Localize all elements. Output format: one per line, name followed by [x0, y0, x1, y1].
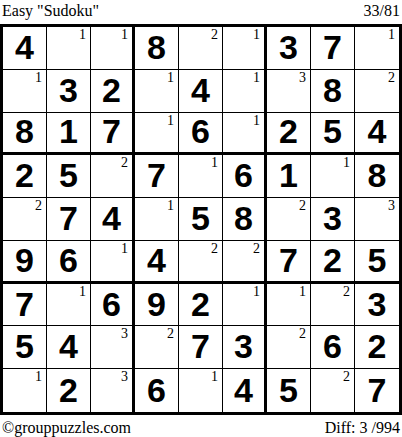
cell-r8c3: 3: [91, 326, 135, 369]
given-digit: 1: [279, 158, 298, 194]
given-digit: 8: [323, 73, 342, 109]
cell-r1c2: 1: [47, 27, 91, 70]
pencil-mark: 1: [35, 70, 42, 85]
given-digit: 3: [368, 287, 387, 323]
cell-r3c4: 1: [135, 113, 179, 156]
pencil-mark: 1: [79, 27, 86, 42]
cell-r9c2: 2: [47, 369, 91, 412]
given-digit: 7: [368, 373, 387, 409]
pencil-mark: 2: [35, 198, 42, 213]
given-digit: 7: [147, 158, 166, 194]
cell-r2c1: 1: [3, 70, 47, 113]
given-digit: 3: [234, 329, 253, 365]
cell-r2c2: 3: [47, 70, 91, 113]
puzzle-title: Easy "Sudoku": [2, 1, 99, 20]
given-digit: 2: [102, 73, 121, 109]
cell-r4c5: 1: [179, 155, 223, 198]
given-digit: 4: [59, 329, 78, 365]
cell-r1c4: 8: [135, 27, 179, 70]
cell-r4c6: 6: [223, 155, 267, 198]
given-digit: 7: [15, 287, 34, 323]
given-digit: 4: [191, 73, 210, 109]
given-digit: 4: [15, 30, 34, 66]
pencil-mark: 3: [121, 326, 128, 341]
given-digit: 2: [368, 329, 387, 365]
given-digit: 8: [234, 201, 253, 237]
cell-r4c3: 2: [91, 155, 135, 198]
cell-r6c2: 6: [47, 241, 91, 284]
cell-r6c8: 2: [311, 241, 355, 284]
cell-r8c6: 3: [223, 326, 267, 369]
given-digit: 6: [234, 158, 253, 194]
pencil-mark: 1: [167, 70, 174, 85]
cell-r7c2: 1: [47, 284, 91, 327]
pencil-mark: 1: [121, 241, 128, 256]
cell-r7c1: 7: [3, 284, 47, 327]
given-digit: 5: [15, 329, 34, 365]
given-digit: 4: [147, 243, 166, 279]
given-digit: 2: [191, 287, 210, 323]
cell-r5c1: 2: [3, 198, 47, 241]
given-digit: 7: [323, 30, 342, 66]
cell-r4c1: 2: [3, 155, 47, 198]
given-digit: 6: [59, 243, 78, 279]
cell-r5c9: 3: [355, 198, 399, 241]
cell-r3c3: 7: [91, 113, 135, 156]
given-digit: 6: [102, 287, 121, 323]
cell-r3c2: 1: [47, 113, 91, 156]
cell-r9c9: 7: [355, 369, 399, 412]
page-header: Easy "Sudoku" 33/81: [0, 0, 402, 23]
given-digit: 7: [102, 114, 121, 150]
pencil-mark: 2: [253, 241, 260, 256]
cell-r2c4: 1: [135, 70, 179, 113]
given-digit: 2: [279, 114, 298, 150]
pencil-mark: 1: [211, 155, 218, 170]
pencil-mark: 1: [253, 27, 260, 42]
cell-r7c5: 2: [179, 284, 223, 327]
cell-r5c6: 8: [223, 198, 267, 241]
cell-r5c4: 1: [135, 198, 179, 241]
cell-r2c6: 1: [223, 70, 267, 113]
pencil-mark: 1: [253, 113, 260, 128]
pencil-mark: 2: [299, 198, 306, 213]
cell-r3c6: 1: [223, 113, 267, 156]
given-digit: 3: [279, 30, 298, 66]
given-digit: 5: [368, 243, 387, 279]
pencil-mark: 1: [167, 198, 174, 213]
cell-r4c4: 7: [135, 155, 179, 198]
given-digit: 7: [59, 201, 78, 237]
cell-r7c6: 1: [223, 284, 267, 327]
cell-r1c6: 1: [223, 27, 267, 70]
cell-r6c5: 2: [179, 241, 223, 284]
pencil-mark: 2: [343, 369, 350, 384]
cell-r2c5: 4: [179, 70, 223, 113]
pencil-mark: 1: [167, 113, 174, 128]
given-digit: 7: [279, 243, 298, 279]
cell-r1c3: 1: [91, 27, 135, 70]
cell-r8c5: 7: [179, 326, 223, 369]
pencil-mark: 3: [121, 369, 128, 384]
given-digit: 3: [323, 201, 342, 237]
pencil-mark: 2: [388, 70, 395, 85]
cell-r3c7: 2: [267, 113, 311, 156]
cell-r3c9: 4: [355, 113, 399, 156]
pencil-mark: 2: [299, 326, 306, 341]
given-digit: 8: [15, 114, 34, 150]
pencil-mark: 2: [167, 326, 174, 341]
cell-r9c1: 1: [3, 369, 47, 412]
cell-r3c5: 6: [179, 113, 223, 156]
cell-r5c5: 5: [179, 198, 223, 241]
given-digit: 2: [323, 243, 342, 279]
cell-r6c1: 9: [3, 241, 47, 284]
given-digit: 4: [102, 201, 121, 237]
cell-r8c4: 2: [135, 326, 179, 369]
difficulty-text: Diff: 3 /994: [325, 419, 400, 437]
cell-r3c8: 5: [311, 113, 355, 156]
cell-r1c8: 7: [311, 27, 355, 70]
pencil-mark: 1: [253, 284, 260, 299]
cell-r4c9: 8: [355, 155, 399, 198]
cell-r9c6: 4: [223, 369, 267, 412]
cell-r8c9: 2: [355, 326, 399, 369]
cell-r7c7: 1: [267, 284, 311, 327]
pencil-mark: 1: [121, 27, 128, 42]
sudoku-grid: 4118213711321413828171612542527161182741…: [0, 24, 402, 415]
cell-r7c8: 2: [311, 284, 355, 327]
given-digit: 1: [59, 114, 78, 150]
cell-r4c8: 1: [311, 155, 355, 198]
given-digit: 8: [368, 158, 387, 194]
given-digit: 6: [147, 373, 166, 409]
pencil-mark: 1: [211, 369, 218, 384]
cell-r4c7: 1: [267, 155, 311, 198]
cell-r2c3: 2: [91, 70, 135, 113]
cell-r9c8: 2: [311, 369, 355, 412]
cell-r8c1: 5: [3, 326, 47, 369]
cell-r9c7: 5: [267, 369, 311, 412]
progress-counter: 33/81: [364, 1, 400, 20]
pencil-mark: 1: [343, 155, 350, 170]
pencil-mark: 2: [211, 27, 218, 42]
given-digit: 5: [323, 114, 342, 150]
given-digit: 5: [279, 373, 298, 409]
cell-r8c8: 6: [311, 326, 355, 369]
cell-r1c7: 3: [267, 27, 311, 70]
cell-r8c2: 4: [47, 326, 91, 369]
given-digit: 5: [59, 158, 78, 194]
given-digit: 4: [368, 114, 387, 150]
pencil-mark: 1: [79, 284, 86, 299]
cell-r5c2: 7: [47, 198, 91, 241]
cell-r5c3: 4: [91, 198, 135, 241]
pencil-mark: 2: [343, 284, 350, 299]
cell-r7c9: 3: [355, 284, 399, 327]
cell-r8c7: 2: [267, 326, 311, 369]
given-digit: 9: [147, 287, 166, 323]
cell-r4c2: 5: [47, 155, 91, 198]
given-digit: 2: [59, 373, 78, 409]
pencil-mark: 1: [253, 70, 260, 85]
cell-r5c7: 2: [267, 198, 311, 241]
given-digit: 7: [191, 329, 210, 365]
given-digit: 8: [147, 30, 166, 66]
cell-r1c9: 1: [355, 27, 399, 70]
pencil-mark: 1: [299, 284, 306, 299]
given-digit: 3: [59, 73, 78, 109]
cell-r6c9: 5: [355, 241, 399, 284]
given-digit: 6: [191, 114, 210, 150]
given-digit: 6: [323, 329, 342, 365]
pencil-mark: 1: [35, 369, 42, 384]
copyright-text: ©grouppuzzles.com: [2, 419, 131, 437]
cell-r1c5: 2: [179, 27, 223, 70]
pencil-mark: 3: [388, 198, 395, 213]
cell-r9c3: 3: [91, 369, 135, 412]
cell-r7c4: 9: [135, 284, 179, 327]
cell-r2c8: 8: [311, 70, 355, 113]
pencil-mark: 3: [299, 70, 306, 85]
cell-r2c7: 3: [267, 70, 311, 113]
cell-r9c4: 6: [135, 369, 179, 412]
pencil-mark: 1: [388, 27, 395, 42]
given-digit: 2: [15, 158, 34, 194]
cell-r3c1: 8: [3, 113, 47, 156]
cell-r5c8: 3: [311, 198, 355, 241]
cell-r1c1: 4: [3, 27, 47, 70]
pencil-mark: 2: [211, 241, 218, 256]
pencil-mark: 2: [121, 155, 128, 170]
cell-r7c3: 6: [91, 284, 135, 327]
given-digit: 9: [15, 243, 34, 279]
given-digit: 4: [234, 373, 253, 409]
page-footer: ©grouppuzzles.com Diff: 3 /994: [0, 418, 402, 437]
cell-r9c5: 1: [179, 369, 223, 412]
cell-r6c3: 1: [91, 241, 135, 284]
cell-r6c7: 7: [267, 241, 311, 284]
cell-r2c9: 2: [355, 70, 399, 113]
cell-r6c6: 2: [223, 241, 267, 284]
given-digit: 5: [191, 201, 210, 237]
cell-r6c4: 4: [135, 241, 179, 284]
